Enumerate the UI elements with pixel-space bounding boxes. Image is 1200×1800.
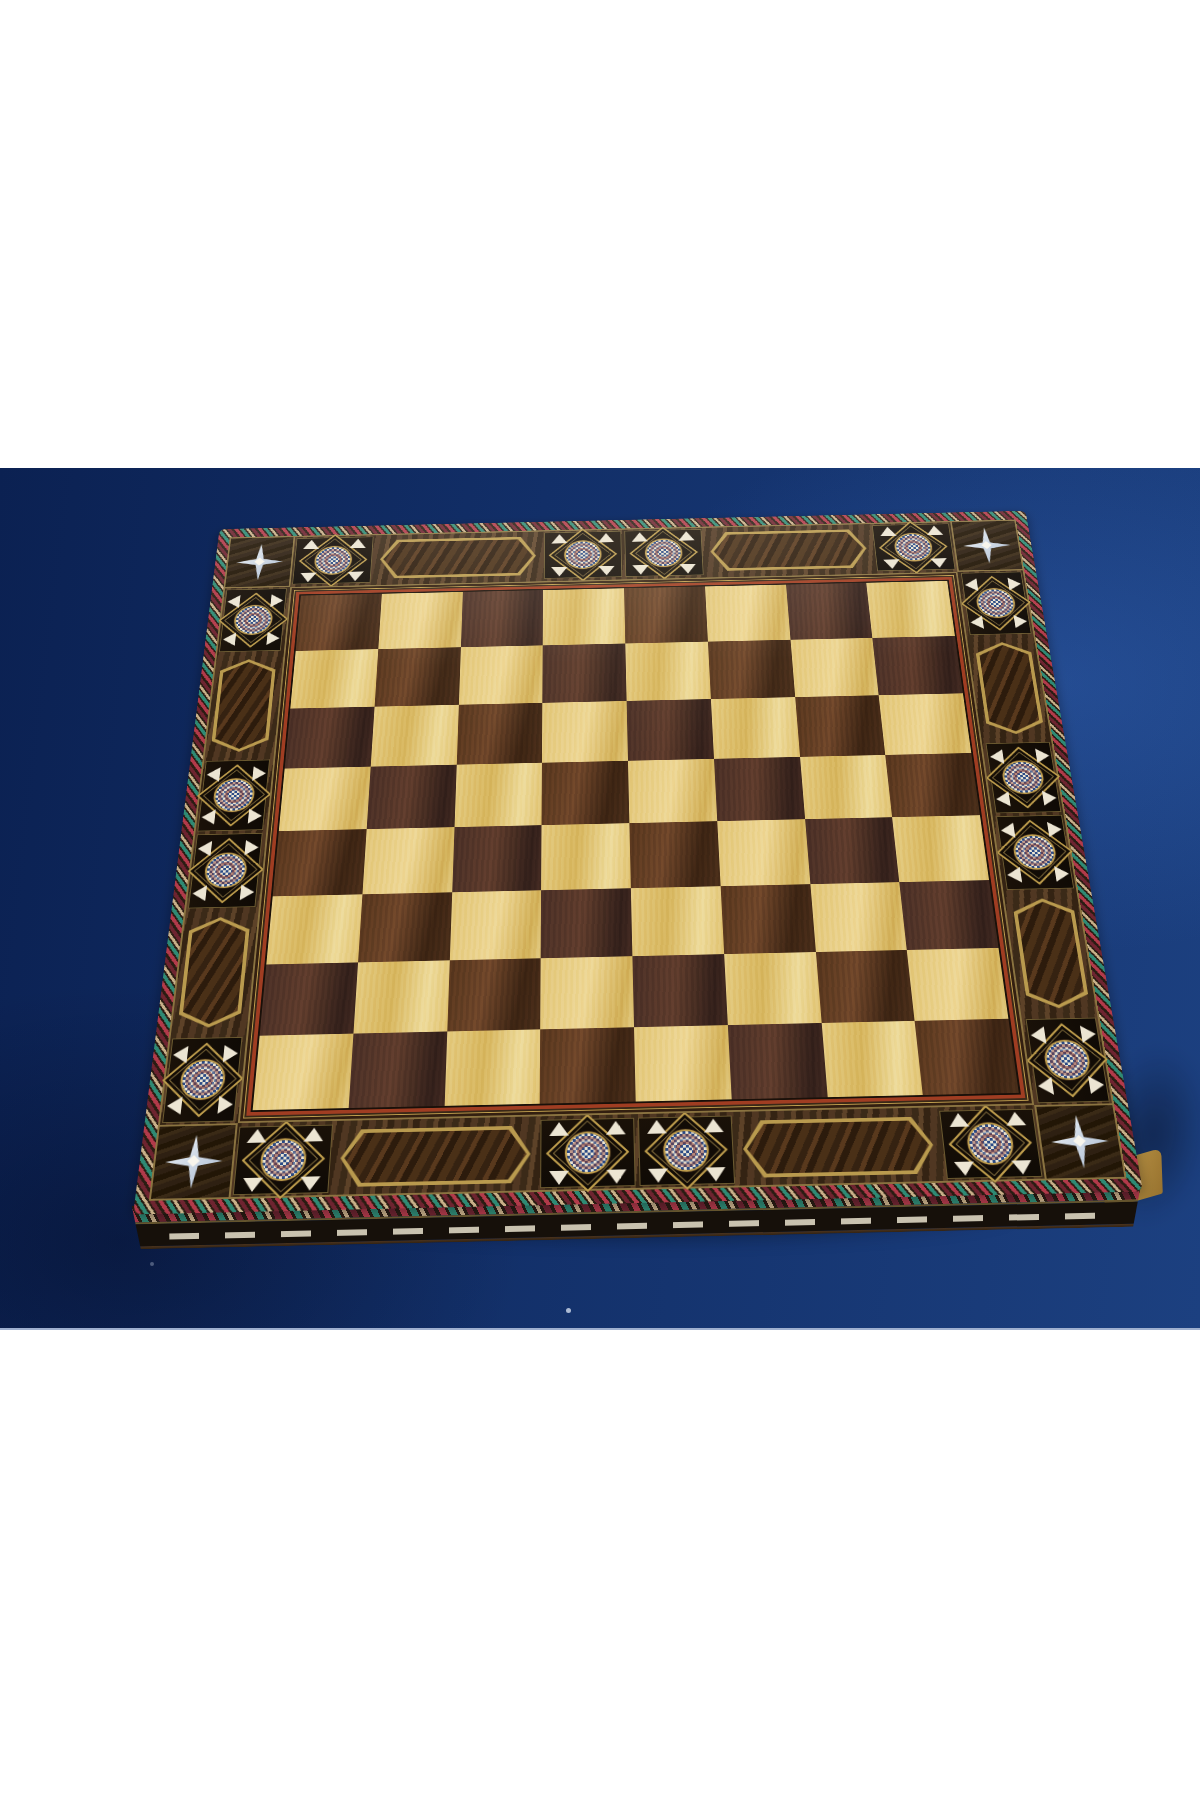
board-square bbox=[625, 642, 710, 701]
board-square bbox=[915, 1019, 1019, 1095]
mother-of-pearl-triangle-icon bbox=[1013, 615, 1028, 628]
mother-of-pearl-triangle-icon bbox=[1007, 577, 1021, 590]
board-square bbox=[629, 821, 720, 888]
mother-of-pearl-triangle-icon bbox=[1054, 866, 1070, 882]
board-square bbox=[899, 880, 998, 950]
rosette-medallion bbox=[939, 1109, 1042, 1179]
board-square bbox=[786, 583, 873, 640]
board-square bbox=[708, 640, 795, 699]
hexagon-wood-panel bbox=[175, 915, 252, 1030]
mother-of-pearl-triangle-icon bbox=[632, 532, 648, 542]
mother-of-pearl-triangle-icon bbox=[217, 1096, 233, 1114]
board-square bbox=[728, 1023, 828, 1099]
board-square bbox=[541, 888, 633, 958]
mother-of-pearl-triangle-icon bbox=[222, 633, 236, 646]
board-square bbox=[266, 894, 362, 964]
mother-of-pearl-triangle-icon bbox=[172, 1046, 188, 1064]
mother-of-pearl-triangle-icon bbox=[206, 767, 221, 782]
rosette-medallion bbox=[872, 524, 955, 572]
board-square bbox=[449, 890, 541, 960]
rosette-medallion bbox=[638, 1116, 735, 1186]
mother-of-pearl-triangle-icon bbox=[551, 534, 567, 544]
mother-of-pearl-triangle-icon bbox=[1042, 790, 1058, 805]
rosette-medallion bbox=[233, 1125, 333, 1196]
mother-of-pearl-triangle-icon bbox=[166, 1097, 183, 1115]
board-square bbox=[290, 649, 378, 708]
hexagon-wood-panel bbox=[1010, 896, 1093, 1010]
mother-of-pearl-triangle-icon bbox=[703, 1118, 723, 1132]
board-square bbox=[907, 948, 1008, 1021]
board-square bbox=[795, 695, 886, 757]
mother-of-pearl-triangle-icon bbox=[1030, 1026, 1047, 1044]
mother-of-pearl-triangle-icon bbox=[266, 632, 280, 645]
board-square bbox=[285, 707, 375, 769]
board-square bbox=[542, 761, 630, 825]
mother-of-pearl-triangle-icon bbox=[240, 884, 255, 900]
board-square bbox=[366, 765, 456, 829]
mother-of-pearl-triangle-icon bbox=[549, 1122, 569, 1136]
board-square bbox=[374, 647, 460, 706]
board-square bbox=[444, 1029, 540, 1106]
board-square bbox=[260, 962, 358, 1035]
board-square bbox=[358, 892, 452, 962]
mother-of-pearl-triangle-icon bbox=[270, 594, 284, 607]
board-square bbox=[892, 815, 989, 882]
mother-of-pearl-triangle-icon bbox=[647, 1120, 667, 1134]
board-square bbox=[378, 592, 462, 649]
mother-of-pearl-triangle-icon bbox=[606, 1121, 626, 1135]
mother-of-pearl-triangle-icon bbox=[349, 539, 366, 549]
board-square bbox=[821, 1021, 923, 1097]
board-square bbox=[540, 1027, 636, 1103]
hexagon-wood-fill bbox=[713, 532, 865, 569]
corner-star-panel bbox=[950, 520, 1024, 572]
mother-of-pearl-triangle-icon bbox=[930, 558, 948, 568]
board-square bbox=[627, 699, 714, 761]
board-square bbox=[348, 1031, 446, 1108]
mother-of-pearl-triangle-icon bbox=[678, 531, 694, 541]
mother-of-pearl-triangle-icon bbox=[347, 571, 364, 581]
board-square bbox=[815, 950, 914, 1023]
board-square bbox=[790, 638, 879, 697]
star-inlay-icon bbox=[961, 527, 1013, 564]
board-square bbox=[353, 960, 449, 1033]
board-square bbox=[543, 643, 627, 702]
rosette-medallion bbox=[961, 572, 1032, 635]
mother-of-pearl-triangle-icon bbox=[948, 1113, 969, 1127]
mother-of-pearl-triangle-icon bbox=[303, 540, 320, 550]
mother-of-pearl-triangle-icon bbox=[1000, 823, 1016, 838]
rosette-medallion bbox=[219, 588, 287, 652]
board-square bbox=[454, 763, 542, 827]
mother-of-pearl-triangle-icon bbox=[1011, 1160, 1033, 1174]
mother-of-pearl-triangle-icon bbox=[192, 885, 207, 901]
mother-of-pearl-triangle-icon bbox=[879, 527, 896, 537]
hexagon-wood-fill bbox=[343, 1129, 527, 1183]
rosette-medallion bbox=[624, 529, 703, 577]
star-inlay-icon bbox=[162, 1134, 225, 1189]
board-square bbox=[705, 585, 790, 642]
mother-of-pearl-triangle-icon bbox=[954, 1161, 976, 1175]
mother-of-pearl-triangle-icon bbox=[227, 595, 241, 608]
hexagon-wood-panel bbox=[377, 535, 538, 580]
board-square bbox=[447, 958, 541, 1031]
board-square bbox=[885, 753, 980, 817]
board-square bbox=[456, 703, 542, 765]
mother-of-pearl-triangle-icon bbox=[926, 526, 943, 536]
board-square bbox=[273, 829, 367, 896]
field-frame bbox=[238, 572, 1034, 1123]
board-square bbox=[717, 819, 810, 886]
mother-of-pearl-triangle-icon bbox=[632, 565, 649, 575]
board-square bbox=[634, 1025, 731, 1101]
hexagon-wood-panel bbox=[336, 1124, 532, 1189]
board-square bbox=[805, 817, 900, 884]
board-square bbox=[458, 645, 542, 704]
mother-of-pearl-triangle-icon bbox=[680, 564, 697, 574]
board-square bbox=[541, 823, 631, 890]
chess-board bbox=[133, 511, 1143, 1215]
mother-of-pearl-triangle-icon bbox=[248, 808, 263, 823]
mother-of-pearl-triangle-icon bbox=[598, 566, 614, 576]
mother-of-pearl-triangle-icon bbox=[1088, 1076, 1105, 1094]
rosette-medallion bbox=[162, 1037, 242, 1123]
mother-of-pearl-triangle-icon bbox=[223, 1045, 239, 1063]
board-square bbox=[800, 755, 893, 819]
dust-speck bbox=[566, 1308, 571, 1313]
board-square bbox=[370, 705, 458, 767]
mother-of-pearl-triangle-icon bbox=[551, 567, 567, 577]
mother-of-pearl-triangle-icon bbox=[1035, 748, 1050, 763]
board-square bbox=[866, 581, 954, 638]
mother-of-pearl-triangle-icon bbox=[706, 1167, 726, 1181]
board-square bbox=[460, 590, 543, 647]
board-square bbox=[452, 825, 542, 892]
chess-board-squares bbox=[253, 581, 1019, 1110]
board-square bbox=[810, 882, 907, 952]
board-square bbox=[632, 954, 727, 1027]
mother-of-pearl-triangle-icon bbox=[1005, 1112, 1026, 1126]
board-square bbox=[253, 1034, 354, 1111]
mother-of-pearl-triangle-icon bbox=[970, 616, 984, 629]
board-square bbox=[542, 701, 628, 763]
mother-of-pearl-triangle-icon bbox=[995, 791, 1010, 806]
mother-of-pearl-triangle-icon bbox=[1047, 822, 1063, 837]
star-inlay-icon bbox=[1047, 1114, 1112, 1169]
mother-of-pearl-triangle-icon bbox=[883, 559, 900, 569]
star-inlay-icon bbox=[234, 543, 285, 580]
board-square bbox=[540, 956, 634, 1029]
mother-of-pearl-triangle-icon bbox=[598, 533, 614, 543]
board-square bbox=[631, 886, 724, 956]
mother-of-pearl-triangle-icon bbox=[607, 1169, 627, 1183]
mother-of-pearl-triangle-icon bbox=[549, 1171, 569, 1185]
mother-of-pearl-triangle-icon bbox=[300, 1176, 321, 1191]
hexagon-wood-fill bbox=[382, 539, 533, 576]
mother-of-pearl-triangle-icon bbox=[247, 1129, 268, 1143]
corner-star-panel bbox=[149, 1123, 238, 1201]
board-square bbox=[714, 757, 805, 821]
hexagon-wood-panel bbox=[208, 657, 278, 754]
board-square bbox=[879, 693, 971, 755]
rosette-medallion bbox=[996, 815, 1074, 890]
mother-of-pearl-triangle-icon bbox=[252, 766, 267, 781]
corner-star-panel bbox=[1034, 1103, 1127, 1180]
board-square bbox=[624, 586, 708, 643]
mother-of-pearl-triangle-icon bbox=[244, 840, 259, 855]
board-square bbox=[711, 697, 800, 759]
hexagon-wood-panel bbox=[972, 640, 1046, 736]
board-square bbox=[543, 588, 625, 645]
rosette-medallion bbox=[292, 537, 373, 585]
hexagon-wood-fill bbox=[746, 1120, 932, 1174]
hexagon-wood-panel bbox=[740, 1115, 939, 1180]
mother-of-pearl-triangle-icon bbox=[1037, 1077, 1054, 1095]
hexagon-wood-panel bbox=[708, 528, 871, 573]
mother-of-pearl-triangle-icon bbox=[648, 1168, 668, 1182]
mother-of-pearl-triangle-icon bbox=[201, 809, 216, 824]
board-square bbox=[720, 884, 815, 954]
corner-star-panel bbox=[223, 536, 295, 589]
board-square bbox=[628, 759, 717, 823]
board-square bbox=[362, 827, 454, 894]
mother-of-pearl-triangle-icon bbox=[303, 1128, 324, 1142]
rosette-medallion bbox=[197, 760, 270, 832]
mother-of-pearl-triangle-icon bbox=[300, 573, 317, 583]
mother-of-pearl-triangle-icon bbox=[1006, 867, 1022, 883]
rosette-medallion bbox=[986, 742, 1062, 813]
mother-of-pearl-triangle-icon bbox=[197, 841, 212, 856]
rosette-medallion bbox=[540, 1118, 635, 1188]
mother-of-pearl-triangle-icon bbox=[989, 749, 1004, 764]
photo-canvas bbox=[0, 0, 1200, 1800]
rosette-medallion bbox=[188, 833, 263, 909]
board-square bbox=[296, 594, 382, 651]
rosette-medallion bbox=[1026, 1018, 1110, 1104]
board-square bbox=[873, 636, 963, 695]
mother-of-pearl-triangle-icon bbox=[242, 1178, 263, 1193]
board-square bbox=[279, 767, 371, 831]
mother-of-pearl-triangle-icon bbox=[964, 578, 978, 591]
board-square bbox=[724, 952, 821, 1025]
playing-field bbox=[253, 581, 1019, 1110]
rosette-medallion bbox=[544, 531, 622, 579]
mother-of-pearl-triangle-icon bbox=[1080, 1025, 1097, 1043]
